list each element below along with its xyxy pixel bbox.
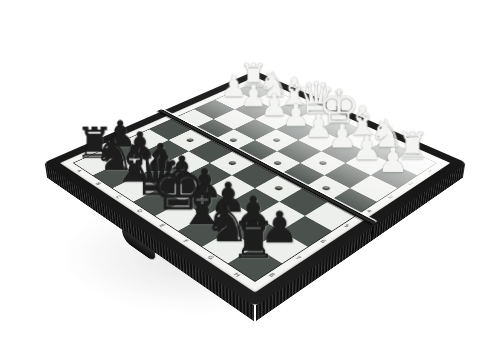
photo-scene: ABCDEFGH 12345678 ♜♞♝♛♚♝♞♜♟♟♟♟♟♟♟♟♟♟♟♟♟♟… bbox=[0, 0, 500, 348]
case-hinge-split bbox=[370, 226, 373, 242]
